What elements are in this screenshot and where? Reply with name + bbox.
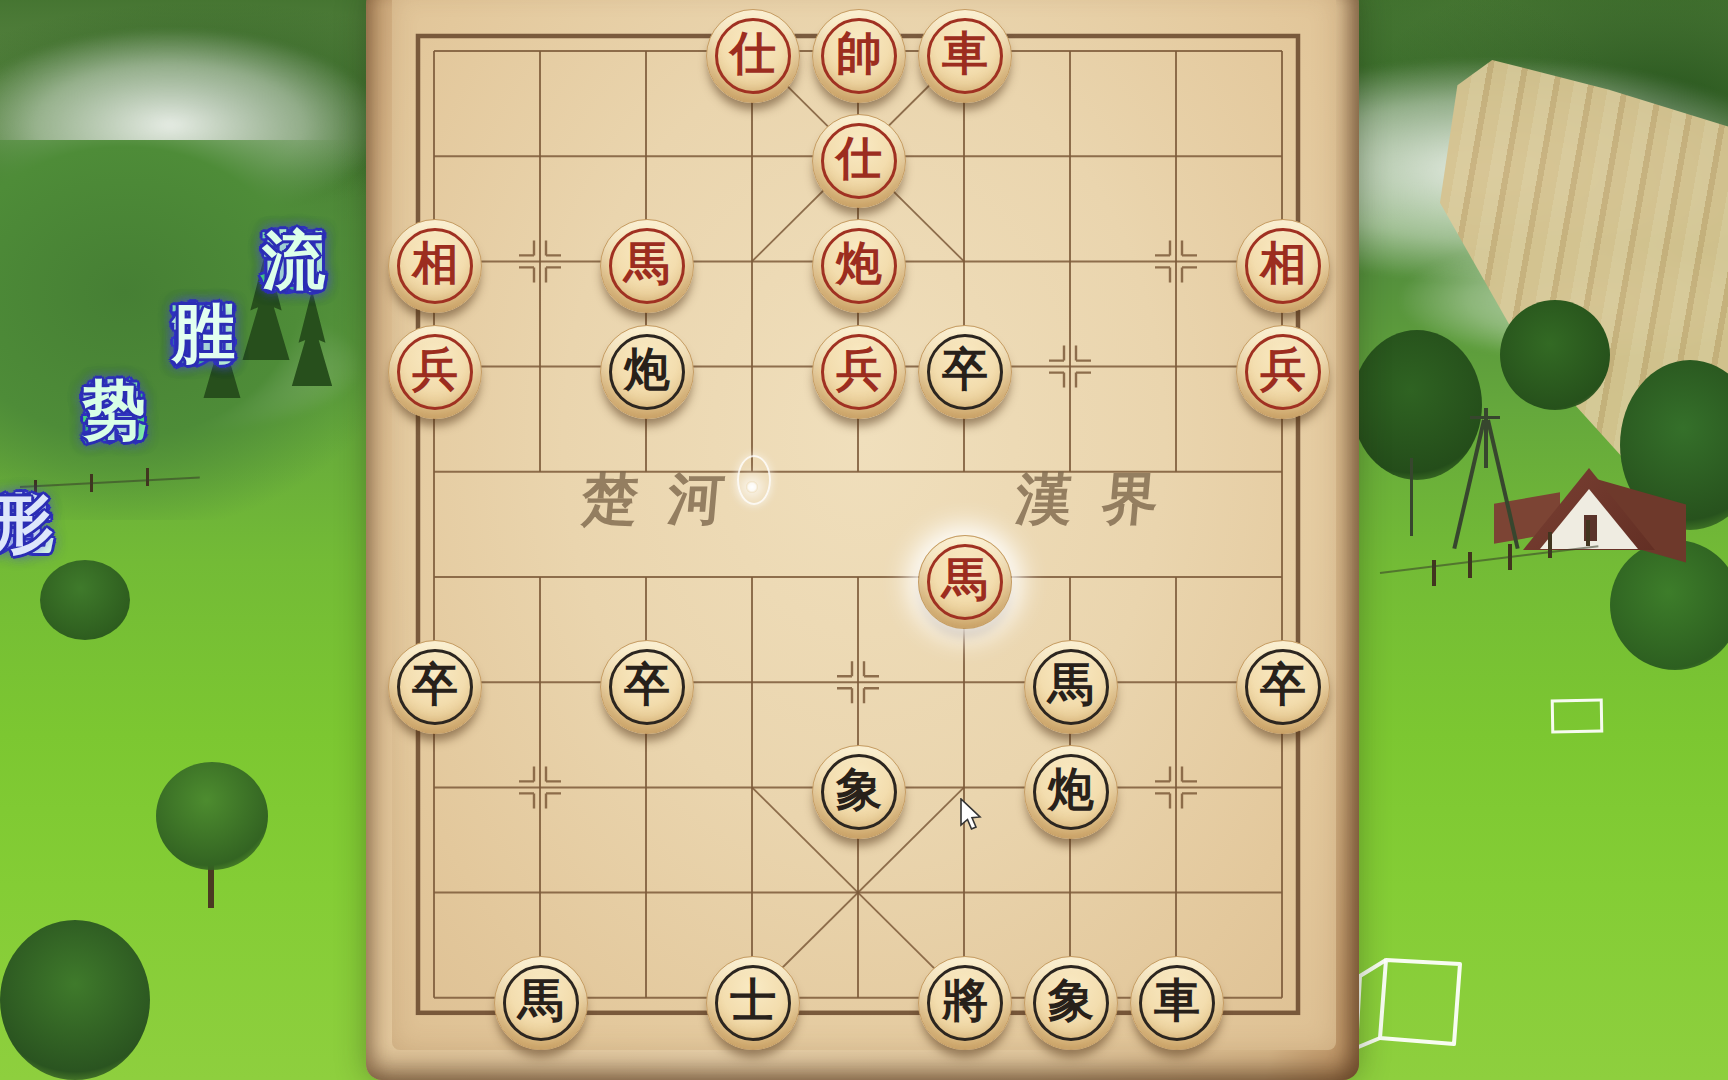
- red-horse[interactable]: 馬: [600, 219, 694, 313]
- black-cannon[interactable]: 炮: [1024, 745, 1118, 839]
- pieces-layer: 仕帥車仕相馬炮相兵炮兵卒兵馬卒卒馬卒象炮馬士將象車: [0, 0, 1728, 1080]
- black-soldier[interactable]: 卒: [388, 640, 482, 734]
- piece-character: 卒: [1237, 654, 1329, 716]
- red-advisor[interactable]: 仕: [812, 114, 906, 208]
- piece-character: 車: [1131, 969, 1223, 1031]
- red-soldier[interactable]: 兵: [812, 325, 906, 419]
- xiangqi-screenshot: 水因地而制流兵因敌而制胜故兵无常势水无常形 楚河 漢界 仕帥車仕相馬炮相兵炮兵卒…: [0, 0, 1728, 1080]
- black-elephant[interactable]: 象: [812, 745, 906, 839]
- piece-character: 帥: [813, 23, 905, 85]
- black-horse[interactable]: 馬: [1024, 640, 1118, 734]
- red-cannon[interactable]: 炮: [812, 219, 906, 313]
- piece-character: 馬: [495, 969, 587, 1031]
- piece-character: 卒: [919, 338, 1011, 400]
- piece-character: 炮: [601, 338, 693, 400]
- red-soldier[interactable]: 兵: [388, 325, 482, 419]
- piece-character: 馬: [1025, 654, 1117, 716]
- red-horse[interactable]: 馬: [918, 535, 1012, 629]
- red-advisor[interactable]: 仕: [706, 9, 800, 103]
- piece-character: 馬: [601, 233, 693, 295]
- move-hint-dot: [746, 481, 758, 493]
- black-advisor[interactable]: 士: [706, 956, 800, 1050]
- piece-character: 兵: [1237, 338, 1329, 400]
- piece-character: 兵: [813, 338, 905, 400]
- piece-character: 卒: [601, 654, 693, 716]
- quote-char: 流: [256, 224, 332, 297]
- red-soldier[interactable]: 兵: [1236, 325, 1330, 419]
- mouse-cursor: [958, 798, 984, 832]
- piece-character: 士: [707, 969, 799, 1031]
- black-horse[interactable]: 馬: [494, 956, 588, 1050]
- black-cannon[interactable]: 炮: [600, 325, 694, 419]
- quote-char: 形: [0, 487, 60, 560]
- red-chariot[interactable]: 車: [918, 9, 1012, 103]
- black-soldier[interactable]: 卒: [1236, 640, 1330, 734]
- piece-character: 炮: [813, 233, 905, 295]
- red-elephant[interactable]: 相: [1236, 219, 1330, 313]
- black-soldier[interactable]: 卒: [600, 640, 694, 734]
- black-general[interactable]: 將: [918, 956, 1012, 1050]
- piece-character: 兵: [389, 338, 481, 400]
- black-elephant[interactable]: 象: [1024, 956, 1118, 1050]
- red-general[interactable]: 帥: [812, 9, 906, 103]
- quote-char: 胜: [166, 297, 242, 370]
- piece-character: 象: [1025, 969, 1117, 1031]
- red-elephant[interactable]: 相: [388, 219, 482, 313]
- quote-char: 势: [76, 374, 152, 447]
- piece-character: 仕: [813, 128, 905, 190]
- piece-character: 相: [389, 233, 481, 295]
- piece-character: 車: [919, 23, 1011, 85]
- black-chariot[interactable]: 車: [1130, 956, 1224, 1050]
- black-soldier[interactable]: 卒: [918, 325, 1012, 419]
- piece-character: 象: [813, 759, 905, 821]
- piece-character: 相: [1237, 233, 1329, 295]
- piece-character: 炮: [1025, 759, 1117, 821]
- piece-character: 卒: [389, 654, 481, 716]
- piece-character: 將: [919, 969, 1011, 1031]
- move-hint-ring: [737, 455, 771, 505]
- piece-character: 仕: [707, 23, 799, 85]
- piece-character: 馬: [919, 549, 1011, 611]
